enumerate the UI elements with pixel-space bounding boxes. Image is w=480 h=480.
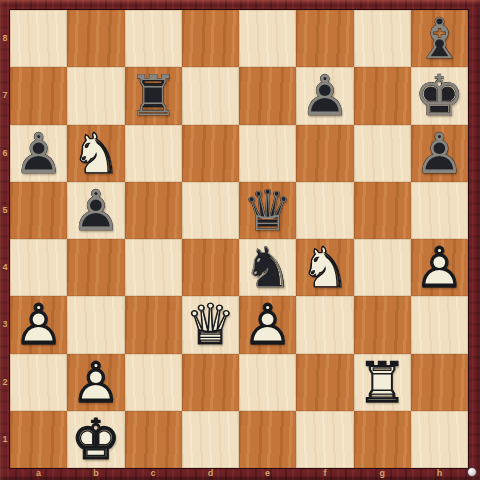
rank-label-2: 2	[0, 378, 10, 387]
square-h7[interactable]: ♚♔	[411, 67, 468, 124]
rank-label-5: 5	[0, 206, 10, 215]
queen-detail-icon: ♕	[239, 182, 296, 239]
square-a4[interactable]	[10, 239, 67, 296]
square-h5[interactable]	[411, 182, 468, 239]
rank-label-7: 7	[0, 91, 10, 100]
pawn-detail-icon: ♙	[67, 354, 124, 411]
black-pawn-h6[interactable]: ♟♙	[411, 125, 468, 182]
white-to-move-indicator	[467, 467, 477, 477]
white-rook-g2[interactable]: ♜♖	[354, 354, 411, 411]
black-pawn-b5[interactable]: ♟♙	[67, 182, 124, 239]
square-c3[interactable]	[125, 296, 182, 353]
square-d8[interactable]	[182, 10, 239, 67]
square-d7[interactable]	[182, 67, 239, 124]
square-a6[interactable]: ♟♙	[10, 125, 67, 182]
square-c4[interactable]	[125, 239, 182, 296]
square-g4[interactable]	[354, 239, 411, 296]
square-b2[interactable]: ♟♙	[67, 354, 124, 411]
chessboard-window: ♝♗♜♖♟♙♚♔♟♙♞♘♟♙♟♙♛♕♞♘♞♘♟♙♟♙♛♕♟♙♟♙♜♖♚♔ 876…	[0, 0, 480, 480]
square-e2[interactable]	[239, 354, 296, 411]
square-b7[interactable]	[67, 67, 124, 124]
square-d1[interactable]	[182, 411, 239, 468]
square-c6[interactable]	[125, 125, 182, 182]
square-a3[interactable]: ♟♙	[10, 296, 67, 353]
square-e3[interactable]: ♟♙	[239, 296, 296, 353]
square-g7[interactable]	[354, 67, 411, 124]
square-f4[interactable]: ♞♘	[296, 239, 353, 296]
file-label-g: g	[354, 469, 411, 479]
square-b6[interactable]: ♞♘	[67, 125, 124, 182]
square-b8[interactable]	[67, 10, 124, 67]
square-a7[interactable]	[10, 67, 67, 124]
file-label-h: h	[411, 469, 468, 479]
square-f8[interactable]	[296, 10, 353, 67]
rook-detail-icon: ♖	[354, 354, 411, 411]
square-a2[interactable]	[10, 354, 67, 411]
white-pawn-e3[interactable]: ♟♙	[239, 296, 296, 353]
square-c8[interactable]	[125, 10, 182, 67]
square-a8[interactable]	[10, 10, 67, 67]
rook-detail-icon: ♖	[125, 67, 182, 124]
black-pawn-f7[interactable]: ♟♙	[296, 67, 353, 124]
square-b3[interactable]	[67, 296, 124, 353]
square-h3[interactable]	[411, 296, 468, 353]
square-c5[interactable]	[125, 182, 182, 239]
square-c1[interactable]	[125, 411, 182, 468]
square-g5[interactable]	[354, 182, 411, 239]
knight-detail-icon: ♘	[239, 239, 296, 296]
rank-label-3: 3	[0, 320, 10, 329]
white-knight-f4[interactable]: ♞♘	[296, 239, 353, 296]
white-knight-b6[interactable]: ♞♘	[67, 125, 124, 182]
file-label-e: e	[239, 469, 296, 479]
square-d2[interactable]	[182, 354, 239, 411]
board[interactable]: ♝♗♜♖♟♙♚♔♟♙♞♘♟♙♟♙♛♕♞♘♞♘♟♙♟♙♛♕♟♙♟♙♜♖♚♔	[10, 10, 468, 468]
square-e1[interactable]	[239, 411, 296, 468]
pawn-detail-icon: ♙	[296, 67, 353, 124]
white-pawn-b2[interactable]: ♟♙	[67, 354, 124, 411]
file-label-c: c	[125, 469, 182, 479]
square-d3[interactable]: ♛♕	[182, 296, 239, 353]
square-h4[interactable]: ♟♙	[411, 239, 468, 296]
queen-detail-icon: ♕	[182, 296, 239, 353]
square-d6[interactable]	[182, 125, 239, 182]
bishop-detail-icon: ♗	[411, 10, 468, 67]
square-c7[interactable]: ♜♖	[125, 67, 182, 124]
rank-label-6: 6	[0, 149, 10, 158]
file-label-b: b	[67, 469, 124, 479]
square-b5[interactable]: ♟♙	[67, 182, 124, 239]
knight-detail-icon: ♘	[67, 125, 124, 182]
square-g6[interactable]	[354, 125, 411, 182]
pawn-detail-icon: ♙	[239, 296, 296, 353]
knight-detail-icon: ♘	[296, 239, 353, 296]
pawn-detail-icon: ♙	[411, 239, 468, 296]
black-rook-c7[interactable]: ♜♖	[125, 67, 182, 124]
square-f5[interactable]	[296, 182, 353, 239]
square-d4[interactable]	[182, 239, 239, 296]
white-pawn-a3[interactable]: ♟♙	[10, 296, 67, 353]
square-g3[interactable]	[354, 296, 411, 353]
square-f6[interactable]	[296, 125, 353, 182]
black-knight-e4[interactable]: ♞♘	[239, 239, 296, 296]
king-detail-icon: ♔	[411, 67, 468, 124]
square-b4[interactable]	[67, 239, 124, 296]
king-detail-icon: ♔	[67, 411, 124, 468]
pawn-detail-icon: ♙	[10, 296, 67, 353]
pawn-detail-icon: ♙	[67, 182, 124, 239]
pawn-detail-icon: ♙	[411, 125, 468, 182]
square-f3[interactable]	[296, 296, 353, 353]
square-g8[interactable]	[354, 10, 411, 67]
rank-label-1: 1	[0, 435, 10, 444]
rank-label-8: 8	[0, 34, 10, 43]
black-king-h7[interactable]: ♚♔	[411, 67, 468, 124]
square-f2[interactable]	[296, 354, 353, 411]
black-bishop-h8[interactable]: ♝♗	[411, 10, 468, 67]
square-g1[interactable]	[354, 411, 411, 468]
file-label-d: d	[182, 469, 239, 479]
square-d5[interactable]	[182, 182, 239, 239]
square-h2[interactable]	[411, 354, 468, 411]
square-e8[interactable]	[239, 10, 296, 67]
white-pawn-h4[interactable]: ♟♙	[411, 239, 468, 296]
white-king-b1[interactable]: ♚♔	[67, 411, 124, 468]
square-e5[interactable]: ♛♕	[239, 182, 296, 239]
rank-label-4: 4	[0, 263, 10, 272]
square-a5[interactable]	[10, 182, 67, 239]
black-pawn-a6[interactable]: ♟♙	[10, 125, 67, 182]
square-f7[interactable]: ♟♙	[296, 67, 353, 124]
white-queen-d3[interactable]: ♛♕	[182, 296, 239, 353]
file-label-a: a	[10, 469, 67, 479]
square-g2[interactable]: ♜♖	[354, 354, 411, 411]
square-h8[interactable]: ♝♗	[411, 10, 468, 67]
square-h6[interactable]: ♟♙	[411, 125, 468, 182]
black-queen-e5[interactable]: ♛♕	[239, 182, 296, 239]
pawn-detail-icon: ♙	[10, 125, 67, 182]
square-e7[interactable]	[239, 67, 296, 124]
square-c2[interactable]	[125, 354, 182, 411]
square-e6[interactable]	[239, 125, 296, 182]
square-a1[interactable]	[10, 411, 67, 468]
file-label-f: f	[296, 469, 353, 479]
square-f1[interactable]	[296, 411, 353, 468]
square-b1[interactable]: ♚♔	[67, 411, 124, 468]
square-e4[interactable]: ♞♘	[239, 239, 296, 296]
square-h1[interactable]	[411, 411, 468, 468]
